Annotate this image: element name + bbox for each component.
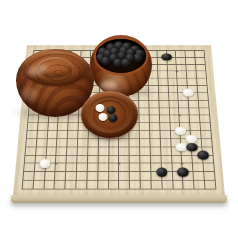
go-stone-black	[186, 143, 198, 152]
go-stone-black	[106, 106, 115, 114]
go-stone-black	[121, 58, 131, 67]
go-set-photo	[0, 0, 238, 238]
go-stone-black	[177, 168, 189, 177]
lid-dish	[81, 91, 138, 138]
go-stone-white	[175, 127, 186, 135]
open-stone-bowl	[90, 35, 152, 97]
bowl-highlight	[100, 80, 116, 89]
go-stone-black	[156, 168, 168, 177]
go-stone-white	[99, 113, 108, 121]
go-stone-white	[95, 104, 104, 112]
go-stone-black	[197, 151, 209, 160]
go-stone-white	[39, 159, 51, 168]
bowl-highlight	[21, 87, 38, 101]
board-front-edge	[11, 195, 227, 203]
go-stone-white	[183, 89, 194, 97]
star-point	[54, 162, 57, 164]
star-point	[118, 162, 121, 164]
dish-stones	[81, 91, 138, 138]
go-stone-black	[109, 114, 118, 122]
go-stone-black	[162, 53, 172, 60]
open-bowl-stones	[96, 39, 147, 73]
star-point	[178, 114, 181, 116]
star-point	[176, 70, 179, 72]
star-point	[181, 162, 184, 164]
